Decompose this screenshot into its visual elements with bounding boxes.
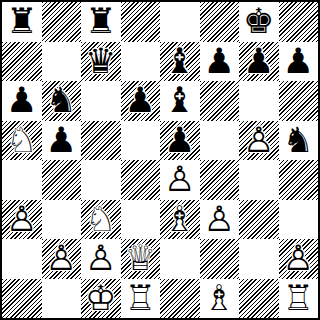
piece-white-pawn: ♟♙ — [200, 200, 240, 240]
square-a5[interactable]: ♞♘ — [2, 121, 42, 161]
square-d8[interactable] — [121, 2, 161, 42]
square-d5[interactable] — [121, 121, 161, 161]
square-h2[interactable]: ♟♙ — [279, 239, 319, 279]
piece-black-pawn: ♟♟ — [42, 121, 82, 161]
piece-black-bishop: ♝♝ — [160, 81, 200, 121]
piece-white-queen: ♛♕ — [121, 239, 161, 279]
square-d4[interactable] — [121, 160, 161, 200]
black-bishop-icon: ♝ — [164, 44, 195, 79]
black-rook-icon: ♜ — [85, 4, 116, 39]
square-d7[interactable] — [121, 42, 161, 82]
square-a2[interactable] — [2, 239, 42, 279]
white-bishop-icon: ♗ — [204, 281, 235, 316]
square-e1[interactable] — [160, 279, 200, 319]
square-e2[interactable] — [160, 239, 200, 279]
square-c2[interactable]: ♟♙ — [81, 239, 121, 279]
square-h7[interactable]: ♟♟ — [279, 42, 319, 82]
piece-black-queen: ♛♛ — [81, 42, 121, 82]
square-g5[interactable]: ♟♙ — [239, 121, 279, 161]
piece-black-knight: ♞♞ — [42, 81, 82, 121]
black-bishop-icon: ♝ — [164, 83, 195, 118]
square-f8[interactable] — [200, 2, 240, 42]
square-e4[interactable]: ♟♙ — [160, 160, 200, 200]
black-pawn-icon: ♟ — [283, 44, 314, 79]
square-f5[interactable] — [200, 121, 240, 161]
black-knight-icon: ♞ — [46, 83, 77, 118]
black-knight-icon: ♞ — [283, 123, 314, 158]
piece-white-knight: ♞♘ — [81, 200, 121, 240]
chess-board: ♜♜♜♜♚♚♛♛♝♝♟♟♟♟♟♟♟♟♞♞♟♟♝♝♞♘♟♟♟♟♟♙♞♞♟♙♟♙♞♘… — [0, 0, 320, 320]
piece-white-king: ♚♔ — [81, 279, 121, 319]
black-pawn-icon: ♟ — [46, 123, 77, 158]
white-pawn-icon: ♙ — [164, 162, 195, 197]
square-f1[interactable]: ♝♗ — [200, 279, 240, 319]
square-e7[interactable]: ♝♝ — [160, 42, 200, 82]
black-queen-icon: ♛ — [85, 44, 116, 79]
square-c4[interactable] — [81, 160, 121, 200]
square-c3[interactable]: ♞♘ — [81, 200, 121, 240]
piece-white-pawn: ♟♙ — [239, 121, 279, 161]
white-queen-icon: ♕ — [125, 241, 156, 276]
square-d3[interactable] — [121, 200, 161, 240]
piece-black-pawn: ♟♟ — [2, 81, 42, 121]
square-c1[interactable]: ♚♔ — [81, 279, 121, 319]
black-pawn-icon: ♟ — [204, 44, 235, 79]
square-g3[interactable] — [239, 200, 279, 240]
square-g8[interactable]: ♚♚ — [239, 2, 279, 42]
square-a1[interactable] — [2, 279, 42, 319]
square-a6[interactable]: ♟♟ — [2, 81, 42, 121]
piece-black-pawn: ♟♟ — [160, 121, 200, 161]
square-a8[interactable]: ♜♜ — [2, 2, 42, 42]
square-h4[interactable] — [279, 160, 319, 200]
black-pawn-icon: ♟ — [6, 83, 37, 118]
square-f4[interactable] — [200, 160, 240, 200]
square-b7[interactable] — [42, 42, 82, 82]
black-king-icon: ♚ — [243, 4, 274, 39]
square-b3[interactable] — [42, 200, 82, 240]
white-rook-icon: ♖ — [283, 281, 314, 316]
square-f2[interactable] — [200, 239, 240, 279]
square-c5[interactable] — [81, 121, 121, 161]
piece-white-pawn: ♟♙ — [2, 200, 42, 240]
square-c6[interactable] — [81, 81, 121, 121]
piece-white-pawn: ♟♙ — [42, 239, 82, 279]
black-pawn-icon: ♟ — [243, 44, 274, 79]
square-a3[interactable]: ♟♙ — [2, 200, 42, 240]
piece-white-bishop: ♝♗ — [200, 279, 240, 319]
square-h1[interactable]: ♜♖ — [279, 279, 319, 319]
square-c7[interactable]: ♛♛ — [81, 42, 121, 82]
piece-black-pawn: ♟♟ — [200, 42, 240, 82]
square-d2[interactable]: ♛♕ — [121, 239, 161, 279]
square-a4[interactable] — [2, 160, 42, 200]
piece-white-rook: ♜♖ — [121, 279, 161, 319]
white-pawn-icon: ♙ — [243, 123, 274, 158]
square-g7[interactable]: ♟♟ — [239, 42, 279, 82]
square-b2[interactable]: ♟♙ — [42, 239, 82, 279]
piece-white-bishop: ♝♗ — [160, 200, 200, 240]
white-king-icon: ♔ — [85, 281, 116, 316]
piece-black-pawn: ♟♟ — [121, 81, 161, 121]
square-a7[interactable] — [2, 42, 42, 82]
square-g6[interactable] — [239, 81, 279, 121]
white-pawn-icon: ♙ — [204, 202, 235, 237]
piece-white-pawn: ♟♙ — [81, 239, 121, 279]
square-h5[interactable]: ♞♞ — [279, 121, 319, 161]
square-f7[interactable]: ♟♟ — [200, 42, 240, 82]
white-bishop-icon: ♗ — [164, 202, 195, 237]
piece-white-pawn: ♟♙ — [279, 239, 319, 279]
piece-white-knight: ♞♘ — [2, 121, 42, 161]
square-h8[interactable] — [279, 2, 319, 42]
piece-black-king: ♚♚ — [239, 2, 279, 42]
square-h3[interactable] — [279, 200, 319, 240]
square-f6[interactable] — [200, 81, 240, 121]
square-d6[interactable]: ♟♟ — [121, 81, 161, 121]
square-e5[interactable]: ♟♟ — [160, 121, 200, 161]
piece-black-pawn: ♟♟ — [239, 42, 279, 82]
square-e6[interactable]: ♝♝ — [160, 81, 200, 121]
black-rook-icon: ♜ — [6, 4, 37, 39]
square-h6[interactable] — [279, 81, 319, 121]
square-g1[interactable] — [239, 279, 279, 319]
square-b4[interactable] — [42, 160, 82, 200]
square-f3[interactable]: ♟♙ — [200, 200, 240, 240]
white-pawn-icon: ♙ — [6, 202, 37, 237]
piece-black-rook: ♜♜ — [81, 2, 121, 42]
white-knight-icon: ♘ — [6, 123, 37, 158]
square-e3[interactable]: ♝♗ — [160, 200, 200, 240]
piece-black-rook: ♜♜ — [2, 2, 42, 42]
square-g4[interactable] — [239, 160, 279, 200]
square-b1[interactable] — [42, 279, 82, 319]
white-knight-icon: ♘ — [85, 202, 116, 237]
piece-black-bishop: ♝♝ — [160, 42, 200, 82]
piece-black-pawn: ♟♟ — [279, 42, 319, 82]
black-pawn-icon: ♟ — [125, 83, 156, 118]
piece-white-pawn: ♟♙ — [160, 160, 200, 200]
piece-black-knight: ♞♞ — [279, 121, 319, 161]
square-b5[interactable]: ♟♟ — [42, 121, 82, 161]
square-c8[interactable]: ♜♜ — [81, 2, 121, 42]
piece-white-rook: ♜♖ — [279, 279, 319, 319]
square-e8[interactable] — [160, 2, 200, 42]
square-b6[interactable]: ♞♞ — [42, 81, 82, 121]
white-rook-icon: ♖ — [125, 281, 156, 316]
white-pawn-icon: ♙ — [85, 241, 116, 276]
black-pawn-icon: ♟ — [164, 123, 195, 158]
square-b8[interactable] — [42, 2, 82, 42]
white-pawn-icon: ♙ — [283, 241, 314, 276]
white-pawn-icon: ♙ — [46, 241, 77, 276]
square-d1[interactable]: ♜♖ — [121, 279, 161, 319]
square-g2[interactable] — [239, 239, 279, 279]
